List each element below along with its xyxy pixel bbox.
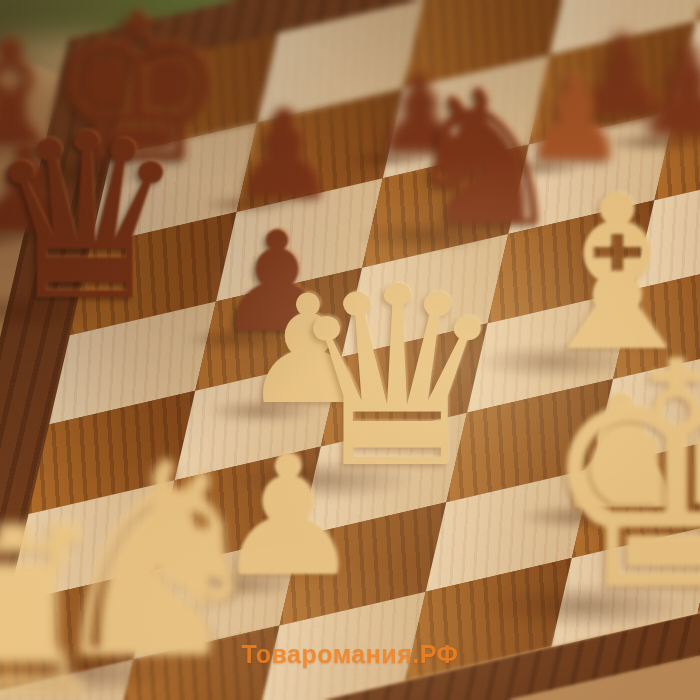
piece-white-rook: ♜ (0, 497, 119, 700)
photo-stage: ♚♛♝♟♟♟♟♞♟♟♟♛♟♟♝♟♚♞♜ Товаромания.РФ (0, 0, 700, 700)
watermark-text: Товаромания.РФ (242, 640, 459, 669)
piece-black-queen: ♛ (0, 104, 188, 332)
piece-white-king: ♚ (536, 322, 700, 634)
piece-black-pawn: ♟ (229, 94, 338, 216)
piece-black-pawn: ♟ (632, 30, 700, 154)
